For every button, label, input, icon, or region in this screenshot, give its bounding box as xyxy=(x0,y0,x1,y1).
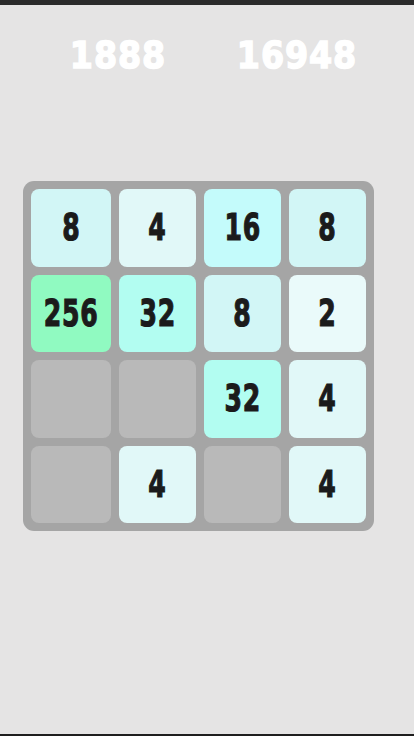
tile-256: 256 xyxy=(31,275,111,353)
tile-value: 16 xyxy=(224,209,260,246)
status-bar xyxy=(0,0,414,5)
tile-value: 4 xyxy=(318,380,336,417)
tile-value: 8 xyxy=(318,209,336,246)
tile-8: 8 xyxy=(289,189,366,267)
current-score: 1888 xyxy=(70,37,166,74)
tile-4: 4 xyxy=(289,360,366,438)
tile-4: 4 xyxy=(289,446,366,524)
tile-4: 4 xyxy=(119,189,196,267)
tile-value: 8 xyxy=(234,295,252,332)
tile-value: 4 xyxy=(318,466,336,503)
empty-cell xyxy=(119,360,196,438)
tile-value: 8 xyxy=(62,209,80,246)
empty-cell xyxy=(204,446,281,524)
tile-value: 32 xyxy=(224,380,260,417)
tile-value: 4 xyxy=(149,466,167,503)
best-score: 16948 xyxy=(237,37,357,74)
tile-value: 2 xyxy=(318,295,336,332)
empty-cell xyxy=(31,446,111,524)
tile-16: 16 xyxy=(204,189,281,267)
tile-2: 2 xyxy=(289,275,366,353)
tile-32: 32 xyxy=(204,360,281,438)
tile-value: 256 xyxy=(44,295,99,332)
tile-32: 32 xyxy=(119,275,196,353)
tile-value: 32 xyxy=(139,295,175,332)
empty-cell xyxy=(31,360,111,438)
game-board[interactable]: 84168256328232444 xyxy=(23,181,374,531)
tile-value: 4 xyxy=(149,209,167,246)
tile-4: 4 xyxy=(119,446,196,524)
tile-8: 8 xyxy=(204,275,281,353)
tile-8: 8 xyxy=(31,189,111,267)
